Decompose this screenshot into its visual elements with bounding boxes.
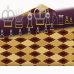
chess-set-photo: ♔♕♗♔♗♘♖♙♙♙♙♙♙♙♙♙♙♙	[0, 0, 74, 74]
pawn-silver-2-piece: ♙	[8, 28, 15, 41]
pawn-silver-4-piece: ♙	[26, 27, 32, 39]
pawn-gold-far-2-piece: ♙	[69, 17, 74, 26]
pawn-silver-1-piece: ♙	[0, 28, 5, 41]
pawn-silver-6-piece: ♙	[43, 24, 49, 35]
table-surface	[0, 66, 74, 74]
pawn-silver-3-piece: ♙	[17, 28, 23, 40]
pawn-silver-5-piece: ♙	[35, 26, 41, 37]
pawn-silver-7-piece: ♙	[49, 22, 54, 32]
pawn-gold-near-piece: ♙	[65, 29, 73, 43]
